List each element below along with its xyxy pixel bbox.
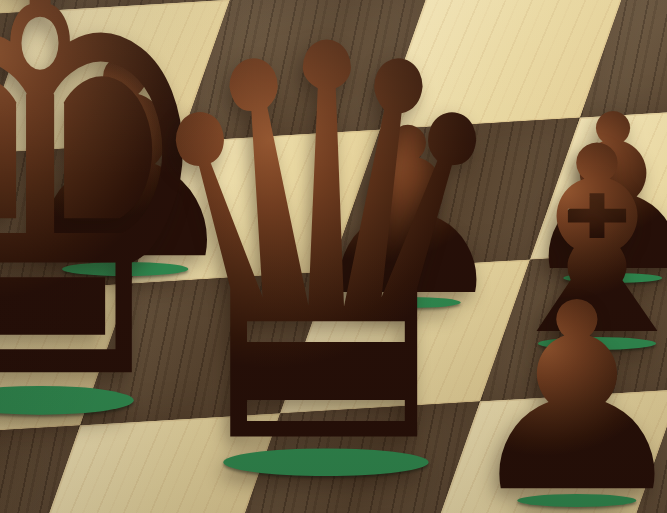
- chessboard-photo: ♟ ♟ ♟ ♝ ♚ ♛ ♟: [0, 0, 667, 513]
- pieces-layer: ♟ ♟ ♟ ♝ ♚ ♛ ♟: [0, 0, 667, 513]
- black-pawn-f3: ♟: [461, 269, 667, 513]
